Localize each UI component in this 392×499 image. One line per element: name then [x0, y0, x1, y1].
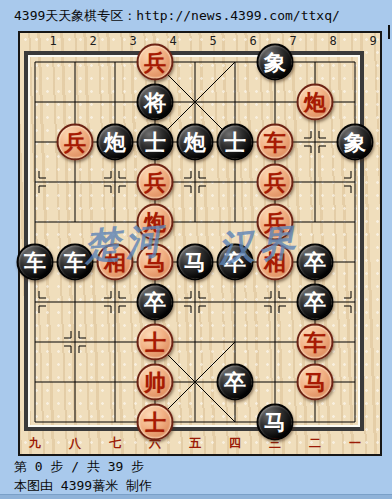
piece-black-cannon[interactable]: 炮 — [97, 124, 134, 161]
piece-red-soldier[interactable]: 兵 — [137, 164, 174, 201]
piece-red-horse[interactable]: 马 — [297, 364, 334, 401]
page: 4399天天象棋专区：http://news.4399.com/ttxq/ 12… — [0, 0, 392, 499]
pieces-layer: 兵象将炮兵炮士炮士车象兵兵炮兵车车相马马卒相卒卒卒士车帅卒马士马 — [20, 33, 380, 454]
piece-black-elephant[interactable]: 象 — [337, 124, 374, 161]
piece-red-soldier[interactable]: 兵 — [257, 164, 294, 201]
piece-red-chariot[interactable]: 车 — [257, 124, 294, 161]
piece-black-general[interactable]: 将 — [137, 84, 174, 121]
piece-black-soldier[interactable]: 卒 — [217, 364, 254, 401]
piece-black-horse[interactable]: 马 — [257, 404, 294, 441]
piece-red-horse[interactable]: 马 — [137, 244, 174, 281]
piece-red-elephant[interactable]: 相 — [257, 244, 294, 281]
piece-red-advisor[interactable]: 士 — [137, 324, 174, 361]
credit-line: 本图由 4399蕃米 制作 — [14, 477, 152, 495]
piece-red-soldier[interactable]: 兵 — [137, 44, 174, 81]
piece-black-elephant[interactable]: 象 — [257, 44, 294, 81]
piece-red-chariot[interactable]: 车 — [297, 324, 334, 361]
piece-red-cannon[interactable]: 炮 — [137, 204, 174, 241]
piece-black-advisor[interactable]: 士 — [217, 124, 254, 161]
piece-black-soldier[interactable]: 卒 — [217, 244, 254, 281]
piece-black-cannon[interactable]: 炮 — [177, 124, 214, 161]
bottom-strip — [0, 494, 392, 499]
piece-red-advisor[interactable]: 士 — [137, 404, 174, 441]
page-title: 4399天天象棋专区：http://news.4399.com/ttxq/ — [14, 7, 386, 25]
piece-black-chariot[interactable]: 车 — [17, 244, 54, 281]
piece-black-advisor[interactable]: 士 — [137, 124, 174, 161]
piece-red-soldier[interactable]: 兵 — [57, 124, 94, 161]
move-counter: 第 0 步 / 共 39 步 — [14, 458, 144, 476]
piece-black-soldier[interactable]: 卒 — [137, 284, 174, 321]
piece-black-soldier[interactable]: 卒 — [297, 244, 334, 281]
piece-black-soldier[interactable]: 卒 — [297, 284, 334, 321]
xiangqi-board: 123456789 九八七六五四三二一 兵象将炮兵炮士炮士车象兵兵炮兵车车相马马… — [18, 31, 382, 456]
piece-black-chariot[interactable]: 车 — [57, 244, 94, 281]
text-cursor — [388, 25, 390, 39]
piece-red-soldier[interactable]: 兵 — [257, 204, 294, 241]
piece-black-horse[interactable]: 马 — [177, 244, 214, 281]
piece-red-cannon[interactable]: 炮 — [297, 84, 334, 121]
piece-red-elephant[interactable]: 相 — [97, 244, 134, 281]
piece-red-general[interactable]: 帅 — [137, 364, 174, 401]
